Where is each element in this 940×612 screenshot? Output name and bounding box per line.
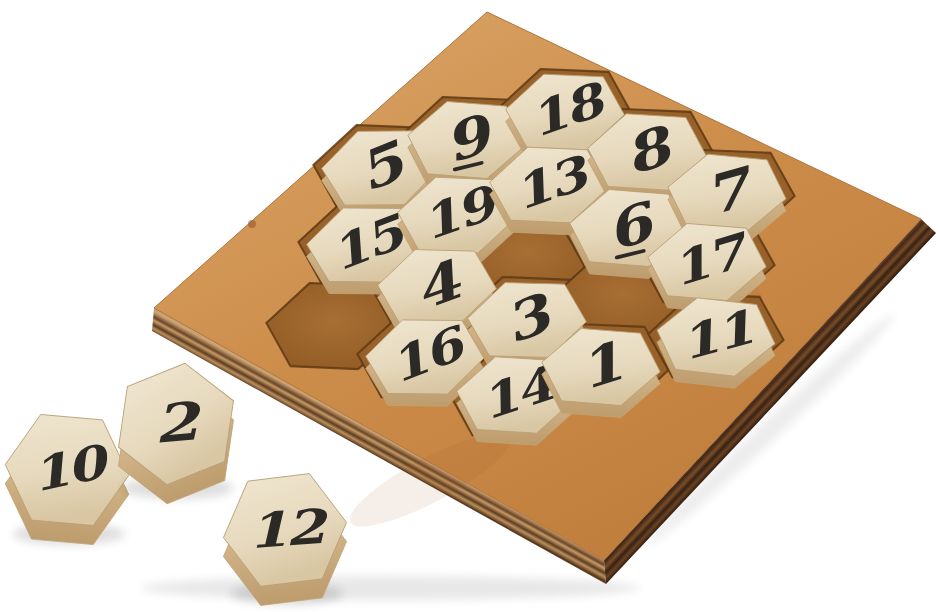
tile-12-label: 12 [246,498,332,560]
wood-knot [248,220,256,228]
board-shadow [140,576,640,600]
aristotle-puzzle-scene: 591815191384671631714111 10212 [0,0,940,612]
puzzle-photo-stage: 591815191384671631714111 10212 [0,0,940,612]
tile-10-loose[interactable]: 10 [1,412,134,547]
